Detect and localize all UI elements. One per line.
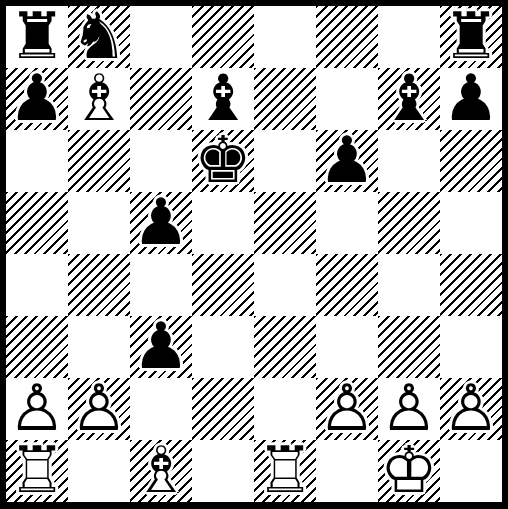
white-pawn-outline-glyph: ♙ [6,378,68,440]
square-d6[interactable]: ♚ [192,130,254,192]
black-bishop-glyph: ♝ [192,68,254,130]
square-c5[interactable]: ♟ [130,192,192,254]
black-rook-glyph: ♜ [6,6,68,68]
square-d4[interactable] [192,254,254,316]
black-knight-glyph: ♞ [68,6,130,68]
black-pawn-glyph: ♟ [316,130,378,192]
square-a5[interactable] [6,192,68,254]
square-h5[interactable] [440,192,502,254]
black-pawn-piece[interactable]: ♟ [316,130,378,192]
black-bishop-glyph: ♝ [378,68,440,130]
square-a3[interactable] [6,316,68,378]
square-d8[interactable] [192,6,254,68]
square-g6[interactable] [378,130,440,192]
white-pawn-piece[interactable]: ♟♙ [378,378,440,440]
white-pawn-piece[interactable]: ♟♙ [440,378,502,440]
chess-board: ♜♞♜♟♝♗♝♝♟♚♟♟♟♟♙♟♙♟♙♟♙♟♙♜♖♝♗♜♖♚♔ [0,0,508,509]
square-a2[interactable]: ♟♙ [6,378,68,440]
white-king-outline-glyph: ♔ [378,440,440,502]
black-rook-piece[interactable]: ♜ [440,6,502,68]
square-a7[interactable]: ♟ [6,68,68,130]
white-bishop-outline-glyph: ♗ [68,68,130,130]
white-pawn-outline-glyph: ♙ [378,378,440,440]
square-b8[interactable]: ♞ [68,6,130,68]
square-h8[interactable]: ♜ [440,6,502,68]
square-c7[interactable] [130,68,192,130]
black-rook-piece[interactable]: ♜ [6,6,68,68]
white-pawn-piece[interactable]: ♟♙ [6,378,68,440]
square-h4[interactable] [440,254,502,316]
white-pawn-outline-glyph: ♙ [440,378,502,440]
square-b3[interactable] [68,316,130,378]
square-a4[interactable] [6,254,68,316]
square-e8[interactable] [254,6,316,68]
square-f3[interactable] [316,316,378,378]
black-pawn-glyph: ♟ [6,68,68,130]
square-c3[interactable]: ♟ [130,316,192,378]
black-bishop-piece[interactable]: ♝ [378,68,440,130]
square-b5[interactable] [68,192,130,254]
square-c6[interactable] [130,130,192,192]
black-king-glyph: ♚ [192,130,254,192]
square-c1[interactable]: ♝♗ [130,440,192,502]
white-bishop-piece[interactable]: ♝♗ [68,68,130,130]
square-b2[interactable]: ♟♙ [68,378,130,440]
black-pawn-piece[interactable]: ♟ [130,192,192,254]
black-pawn-piece[interactable]: ♟ [6,68,68,130]
square-f1[interactable] [316,440,378,502]
square-d1[interactable] [192,440,254,502]
square-c8[interactable] [130,6,192,68]
black-rook-glyph: ♜ [440,6,502,68]
white-pawn-outline-glyph: ♙ [68,378,130,440]
black-pawn-piece[interactable]: ♟ [130,316,192,378]
black-king-piece[interactable]: ♚ [192,130,254,192]
square-b4[interactable] [68,254,130,316]
square-g5[interactable] [378,192,440,254]
square-b6[interactable] [68,130,130,192]
square-d7[interactable]: ♝ [192,68,254,130]
black-pawn-glyph: ♟ [130,316,192,378]
white-rook-outline-glyph: ♖ [254,440,316,502]
square-b1[interactable] [68,440,130,502]
black-pawn-piece[interactable]: ♟ [440,68,502,130]
square-g7[interactable]: ♝ [378,68,440,130]
black-bishop-piece[interactable]: ♝ [192,68,254,130]
black-pawn-glyph: ♟ [130,192,192,254]
square-f4[interactable] [316,254,378,316]
square-e1[interactable]: ♜♖ [254,440,316,502]
square-g8[interactable] [378,6,440,68]
square-e4[interactable] [254,254,316,316]
square-f8[interactable] [316,6,378,68]
square-e3[interactable] [254,316,316,378]
square-a8[interactable]: ♜ [6,6,68,68]
white-pawn-outline-glyph: ♙ [316,378,378,440]
white-pawn-piece[interactable]: ♟♙ [68,378,130,440]
white-pawn-piece[interactable]: ♟♙ [316,378,378,440]
white-rook-piece[interactable]: ♜♖ [254,440,316,502]
square-h2[interactable]: ♟♙ [440,378,502,440]
square-h3[interactable] [440,316,502,378]
black-pawn-glyph: ♟ [440,68,502,130]
square-a1[interactable]: ♜♖ [6,440,68,502]
square-h6[interactable] [440,130,502,192]
square-e2[interactable] [254,378,316,440]
black-knight-piece[interactable]: ♞ [68,6,130,68]
square-e5[interactable] [254,192,316,254]
square-e7[interactable] [254,68,316,130]
square-e6[interactable] [254,130,316,192]
square-a6[interactable] [6,130,68,192]
square-f7[interactable] [316,68,378,130]
square-f2[interactable]: ♟♙ [316,378,378,440]
square-h1[interactable] [440,440,502,502]
white-rook-outline-glyph: ♖ [6,440,68,502]
square-f5[interactable] [316,192,378,254]
square-b7[interactable]: ♝♗ [68,68,130,130]
square-d2[interactable] [192,378,254,440]
square-g3[interactable] [378,316,440,378]
square-d3[interactable] [192,316,254,378]
square-h7[interactable]: ♟ [440,68,502,130]
white-bishop-piece[interactable]: ♝♗ [130,440,192,502]
white-king-piece[interactable]: ♚♔ [378,440,440,502]
chess-diagram: ♜♞♜♟♝♗♝♝♟♚♟♟♟♟♙♟♙♟♙♟♙♟♙♜♖♝♗♜♖♚♔ [0,0,508,509]
white-rook-piece[interactable]: ♜♖ [6,440,68,502]
square-f6[interactable]: ♟ [316,130,378,192]
square-c2[interactable] [130,378,192,440]
white-bishop-outline-glyph: ♗ [130,440,192,502]
square-g4[interactable] [378,254,440,316]
square-d5[interactable] [192,192,254,254]
square-g2[interactable]: ♟♙ [378,378,440,440]
square-c4[interactable] [130,254,192,316]
square-g1[interactable]: ♚♔ [378,440,440,502]
